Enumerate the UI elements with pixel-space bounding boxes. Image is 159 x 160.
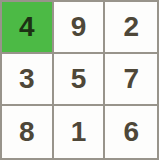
cell-value: 5 bbox=[71, 65, 87, 93]
cell-r1c1[interactable]: 5 bbox=[54, 54, 106, 106]
cell-r1c0[interactable]: 3 bbox=[2, 54, 54, 106]
cell-r1c2[interactable]: 7 bbox=[105, 54, 157, 106]
cell-value: 9 bbox=[71, 13, 87, 41]
cell-r2c2[interactable]: 6 bbox=[105, 106, 157, 158]
cell-r0c1[interactable]: 9 bbox=[54, 2, 106, 54]
magic-square-board: 4 9 2 3 5 7 8 1 6 bbox=[0, 0, 159, 160]
cell-value: 3 bbox=[19, 65, 35, 93]
cell-value: 6 bbox=[123, 118, 139, 146]
cell-value: 7 bbox=[123, 65, 139, 93]
cell-value: 1 bbox=[71, 118, 87, 146]
cell-value: 4 bbox=[19, 13, 35, 41]
cell-r0c0[interactable]: 4 bbox=[2, 2, 54, 54]
cell-r2c0[interactable]: 8 bbox=[2, 106, 54, 158]
cell-value: 8 bbox=[19, 118, 35, 146]
cell-r0c2[interactable]: 2 bbox=[105, 2, 157, 54]
cell-value: 2 bbox=[123, 13, 139, 41]
cell-r2c1[interactable]: 1 bbox=[54, 106, 106, 158]
